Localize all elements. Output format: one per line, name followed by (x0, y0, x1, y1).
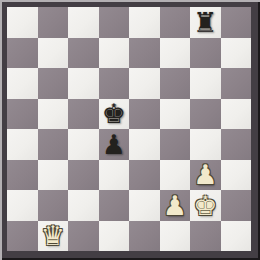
square-b5[interactable] (38, 99, 69, 130)
square-a5[interactable] (7, 99, 38, 130)
square-d1[interactable] (99, 221, 130, 252)
square-e4[interactable] (129, 129, 160, 160)
square-d3[interactable] (99, 160, 130, 191)
square-e1[interactable] (129, 221, 160, 252)
square-b3[interactable] (38, 160, 69, 191)
square-a4[interactable] (7, 129, 38, 160)
square-d4[interactable]: ♟ (99, 129, 130, 160)
square-b2[interactable] (38, 190, 69, 221)
square-f3[interactable] (160, 160, 191, 191)
square-f5[interactable] (160, 99, 191, 130)
chess-board: ♜♚♟♟♟♚♛ (7, 7, 251, 251)
square-h6[interactable] (221, 68, 252, 99)
square-c3[interactable] (68, 160, 99, 191)
white-pawn[interactable]: ♟ (190, 160, 221, 191)
black-pawn[interactable]: ♟ (99, 129, 130, 160)
square-c8[interactable] (68, 7, 99, 38)
square-e7[interactable] (129, 38, 160, 69)
square-g1[interactable] (190, 221, 221, 252)
square-g5[interactable] (190, 99, 221, 130)
square-e8[interactable] (129, 7, 160, 38)
square-g3[interactable]: ♟ (190, 160, 221, 191)
white-king[interactable]: ♚ (190, 190, 221, 221)
square-d2[interactable] (99, 190, 130, 221)
square-a3[interactable] (7, 160, 38, 191)
square-g2[interactable]: ♚ (190, 190, 221, 221)
square-b8[interactable] (38, 7, 69, 38)
white-pawn[interactable]: ♟ (160, 190, 191, 221)
square-d5[interactable]: ♚ (99, 99, 130, 130)
square-g6[interactable] (190, 68, 221, 99)
square-h5[interactable] (221, 99, 252, 130)
square-f6[interactable] (160, 68, 191, 99)
square-b4[interactable] (38, 129, 69, 160)
square-d8[interactable] (99, 7, 130, 38)
square-b7[interactable] (38, 38, 69, 69)
square-c6[interactable] (68, 68, 99, 99)
square-d6[interactable] (99, 68, 130, 99)
square-g7[interactable] (190, 38, 221, 69)
square-b1[interactable]: ♛ (38, 221, 69, 252)
black-rook[interactable]: ♜ (190, 7, 221, 38)
square-f4[interactable] (160, 129, 191, 160)
square-a8[interactable] (7, 7, 38, 38)
square-h8[interactable] (221, 7, 252, 38)
square-g4[interactable] (190, 129, 221, 160)
square-h7[interactable] (221, 38, 252, 69)
square-e5[interactable] (129, 99, 160, 130)
square-a2[interactable] (7, 190, 38, 221)
square-e2[interactable] (129, 190, 160, 221)
square-c4[interactable] (68, 129, 99, 160)
square-h4[interactable] (221, 129, 252, 160)
square-e3[interactable] (129, 160, 160, 191)
square-e6[interactable] (129, 68, 160, 99)
square-h2[interactable] (221, 190, 252, 221)
square-a6[interactable] (7, 68, 38, 99)
square-f7[interactable] (160, 38, 191, 69)
square-f8[interactable] (160, 7, 191, 38)
square-c2[interactable] (68, 190, 99, 221)
square-a1[interactable] (7, 221, 38, 252)
square-b6[interactable] (38, 68, 69, 99)
square-a7[interactable] (7, 38, 38, 69)
square-h1[interactable] (221, 221, 252, 252)
black-king[interactable]: ♚ (99, 99, 130, 130)
square-h3[interactable] (221, 160, 252, 191)
square-c7[interactable] (68, 38, 99, 69)
square-g8[interactable]: ♜ (190, 7, 221, 38)
square-f1[interactable] (160, 221, 191, 252)
square-c1[interactable] (68, 221, 99, 252)
chess-board-frame: ♜♚♟♟♟♚♛ (0, 0, 260, 260)
white-queen[interactable]: ♛ (38, 221, 69, 252)
square-c5[interactable] (68, 99, 99, 130)
square-f2[interactable]: ♟ (160, 190, 191, 221)
square-d7[interactable] (99, 38, 130, 69)
